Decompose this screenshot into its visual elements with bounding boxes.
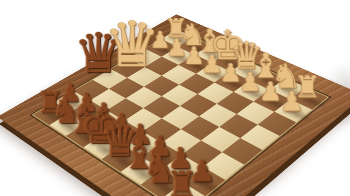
chess-set-photo: ♜♞♝♚♛♝♞♜♟♟♟♟♟♟♟♟♟♟♟♟♟♟♟♟♜♞♝♚♛♝♞♜ ♛ ♛ — [0, 0, 350, 196]
white-pawn[interactable]: ♟ — [259, 78, 282, 104]
white-pawn[interactable]: ♟ — [280, 88, 304, 115]
black-rook[interactable]: ♜ — [166, 167, 198, 196]
extra-white-queen[interactable]: ♛ — [104, 13, 160, 76]
